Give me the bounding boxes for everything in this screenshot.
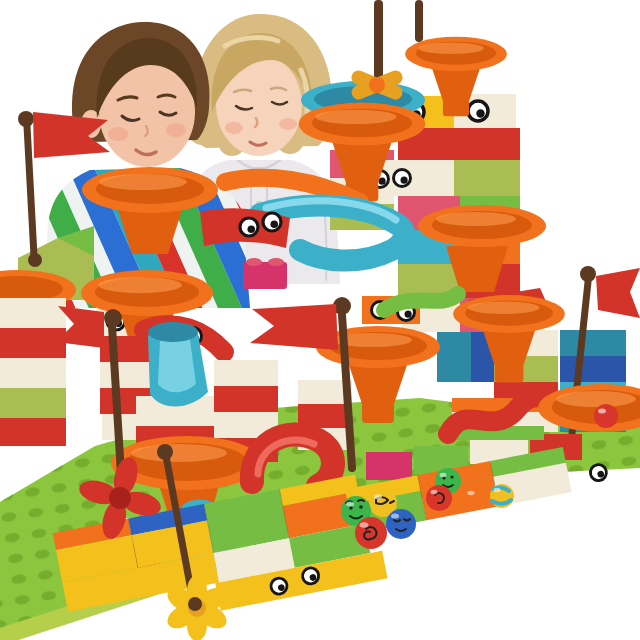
- eye-decal: [468, 101, 488, 121]
- eye-decal: [263, 213, 281, 231]
- eye-decal: [301, 567, 320, 586]
- eye-decal: [394, 170, 411, 187]
- ball-blue-face: [386, 509, 416, 539]
- product-photo: [0, 0, 640, 640]
- tower-left-edge: [0, 298, 66, 446]
- scene: [0, 0, 640, 640]
- eye-decal: [589, 463, 608, 482]
- ball: [594, 404, 618, 428]
- ball-striped: [490, 484, 514, 508]
- eye-decal: [270, 577, 289, 596]
- rear-pole: [374, 0, 383, 86]
- eye-decal: [240, 218, 258, 236]
- ball-orange: [463, 486, 487, 510]
- track-green: [384, 294, 458, 310]
- ball-red-spiral: [355, 517, 387, 549]
- ball-red-spiral-2: [426, 485, 452, 511]
- rear-pole-short: [415, 0, 423, 42]
- brick-magenta: [243, 258, 287, 289]
